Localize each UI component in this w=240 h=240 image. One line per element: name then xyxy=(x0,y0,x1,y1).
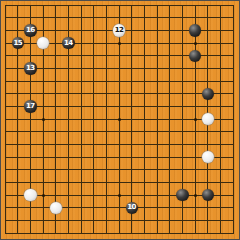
move-number: 16 xyxy=(26,27,35,34)
stone-white[interactable] xyxy=(24,189,36,201)
stone-black[interactable] xyxy=(202,189,214,201)
stone-black[interactable] xyxy=(202,88,214,100)
stone-black-17[interactable]: 17 xyxy=(24,100,36,112)
move-number: 10 xyxy=(127,204,136,211)
stone-black-14[interactable]: 14 xyxy=(62,37,74,49)
stone-black[interactable] xyxy=(189,24,201,36)
stone-white[interactable] xyxy=(202,113,214,125)
stone-white[interactable] xyxy=(37,37,49,49)
move-number: 15 xyxy=(13,40,22,47)
move-number: 12 xyxy=(115,27,124,34)
move-number: 17 xyxy=(26,103,35,110)
go-board[interactable]: 16151412131710 xyxy=(0,0,240,240)
move-number: 14 xyxy=(64,40,73,47)
stone-black-10[interactable]: 10 xyxy=(126,202,138,214)
stone-black-15[interactable]: 15 xyxy=(12,37,24,49)
stone-black[interactable] xyxy=(176,189,188,201)
stone-white[interactable] xyxy=(50,202,62,214)
stone-black[interactable] xyxy=(189,50,201,62)
stone-black-16[interactable]: 16 xyxy=(24,24,36,36)
stone-black-13[interactable]: 13 xyxy=(24,62,36,74)
move-number: 13 xyxy=(26,65,35,72)
stone-white-12[interactable]: 12 xyxy=(113,24,125,36)
stone-white[interactable] xyxy=(202,151,214,163)
stones-layer: 16151412131710 xyxy=(0,0,239,239)
